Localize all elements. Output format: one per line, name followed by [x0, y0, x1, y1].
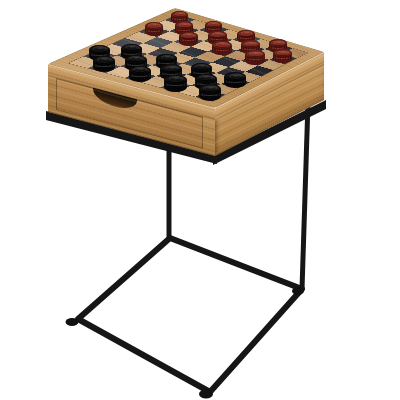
frame-foot-left	[66, 318, 79, 326]
frame-foot-front	[199, 390, 213, 399]
product-photo-checker-table	[0, 0, 400, 400]
frame-right-post	[302, 102, 308, 289]
frame-floor-base	[78, 238, 302, 392]
frame-foot-right	[292, 287, 304, 295]
